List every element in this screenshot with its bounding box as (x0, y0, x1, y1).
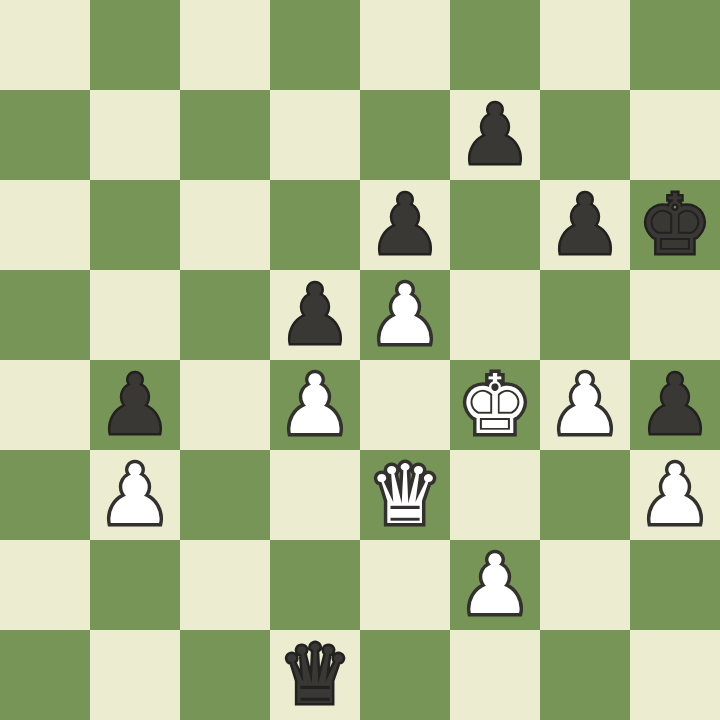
square-b7[interactable] (90, 90, 180, 180)
white-pawn: ♟♟ (270, 360, 360, 450)
square-d3[interactable] (270, 450, 360, 540)
square-g6[interactable]: ♟♟ (540, 180, 630, 270)
square-f6[interactable] (450, 180, 540, 270)
square-f7[interactable]: ♟♟ (450, 90, 540, 180)
square-h7[interactable] (630, 90, 720, 180)
chess-board: ♟♟♟♟♟♟♚♚♟♟♟♟♟♟♟♟♚♚♟♟♟♟♟♟♛♛♟♟♟♟♛♛ (0, 0, 720, 720)
square-h8[interactable] (630, 0, 720, 90)
square-d8[interactable] (270, 0, 360, 90)
square-d7[interactable] (270, 90, 360, 180)
black-pawn: ♟♟ (450, 90, 540, 180)
square-h2[interactable] (630, 540, 720, 630)
square-g2[interactable] (540, 540, 630, 630)
square-b2[interactable] (90, 540, 180, 630)
square-a4[interactable] (0, 360, 90, 450)
square-f8[interactable] (450, 0, 540, 90)
black-pawn: ♟♟ (540, 180, 630, 270)
square-c7[interactable] (180, 90, 270, 180)
square-c8[interactable] (180, 0, 270, 90)
square-h6[interactable]: ♚♚ (630, 180, 720, 270)
square-g4[interactable]: ♟♟ (540, 360, 630, 450)
square-b3[interactable]: ♟♟ (90, 450, 180, 540)
square-h1[interactable] (630, 630, 720, 720)
square-g3[interactable] (540, 450, 630, 540)
square-f5[interactable] (450, 270, 540, 360)
square-f3[interactable] (450, 450, 540, 540)
black-king: ♚♚ (630, 180, 720, 270)
square-b6[interactable] (90, 180, 180, 270)
square-f4[interactable]: ♚♚ (450, 360, 540, 450)
square-b4[interactable]: ♟♟ (90, 360, 180, 450)
white-pawn: ♟♟ (90, 450, 180, 540)
black-pawn: ♟♟ (90, 360, 180, 450)
square-g8[interactable] (540, 0, 630, 90)
square-e2[interactable] (360, 540, 450, 630)
square-a5[interactable] (0, 270, 90, 360)
square-d4[interactable]: ♟♟ (270, 360, 360, 450)
square-a2[interactable] (0, 540, 90, 630)
square-g7[interactable] (540, 90, 630, 180)
square-c2[interactable] (180, 540, 270, 630)
square-a3[interactable] (0, 450, 90, 540)
square-h4[interactable]: ♟♟ (630, 360, 720, 450)
square-c5[interactable] (180, 270, 270, 360)
square-a8[interactable] (0, 0, 90, 90)
square-e1[interactable] (360, 630, 450, 720)
square-f2[interactable]: ♟♟ (450, 540, 540, 630)
white-pawn: ♟♟ (360, 270, 450, 360)
square-b8[interactable] (90, 0, 180, 90)
square-d2[interactable] (270, 540, 360, 630)
square-b5[interactable] (90, 270, 180, 360)
white-pawn: ♟♟ (450, 540, 540, 630)
square-c4[interactable] (180, 360, 270, 450)
square-d1[interactable]: ♛♛ (270, 630, 360, 720)
square-a7[interactable] (0, 90, 90, 180)
white-king: ♚♚ (450, 360, 540, 450)
square-e7[interactable] (360, 90, 450, 180)
square-h3[interactable]: ♟♟ (630, 450, 720, 540)
black-pawn: ♟♟ (270, 270, 360, 360)
square-a1[interactable] (0, 630, 90, 720)
square-c6[interactable] (180, 180, 270, 270)
white-queen: ♛♛ (360, 450, 450, 540)
square-e4[interactable] (360, 360, 450, 450)
white-pawn: ♟♟ (540, 360, 630, 450)
square-g5[interactable] (540, 270, 630, 360)
square-c1[interactable] (180, 630, 270, 720)
square-f1[interactable] (450, 630, 540, 720)
square-d6[interactable] (270, 180, 360, 270)
square-h5[interactable] (630, 270, 720, 360)
square-e5[interactable]: ♟♟ (360, 270, 450, 360)
square-g1[interactable] (540, 630, 630, 720)
square-e6[interactable]: ♟♟ (360, 180, 450, 270)
black-pawn: ♟♟ (360, 180, 450, 270)
square-e3[interactable]: ♛♛ (360, 450, 450, 540)
square-d5[interactable]: ♟♟ (270, 270, 360, 360)
black-queen: ♛♛ (270, 630, 360, 720)
black-pawn: ♟♟ (630, 360, 720, 450)
white-pawn: ♟♟ (630, 450, 720, 540)
square-e8[interactable] (360, 0, 450, 90)
square-b1[interactable] (90, 630, 180, 720)
square-c3[interactable] (180, 450, 270, 540)
square-a6[interactable] (0, 180, 90, 270)
